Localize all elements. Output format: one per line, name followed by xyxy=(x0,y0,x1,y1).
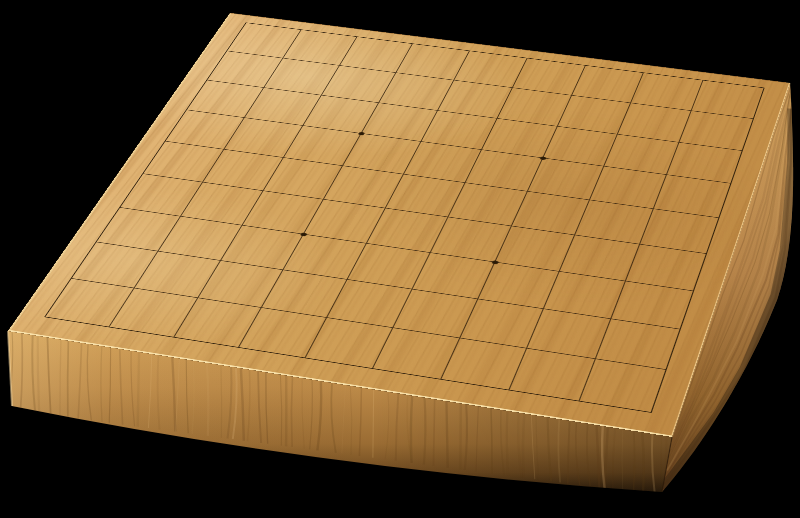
board-cell[interactable] xyxy=(580,359,665,412)
shogi-board-photo xyxy=(0,0,800,518)
